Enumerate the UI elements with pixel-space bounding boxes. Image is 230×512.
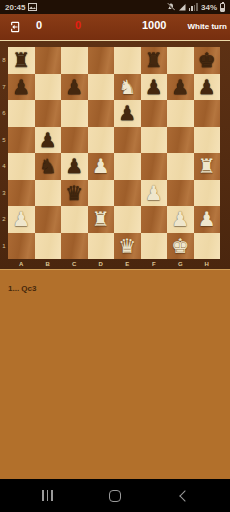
- mute-vibrate-icon: [167, 3, 175, 11]
- square-f7[interactable]: ♟: [141, 74, 168, 101]
- square-h3[interactable]: [194, 180, 221, 207]
- square-g2[interactable]: ♟: [167, 206, 194, 233]
- black-pawn: ♟: [8, 74, 35, 101]
- white-pawn: ♟: [8, 206, 35, 233]
- square-f4[interactable]: [141, 153, 168, 180]
- square-e6[interactable]: ♟: [114, 100, 141, 127]
- white-rook: ♜: [194, 153, 221, 180]
- square-d3[interactable]: [88, 180, 115, 207]
- black-knight: ♞: [35, 153, 62, 180]
- file-label-b: B: [35, 259, 62, 269]
- square-e2[interactable]: [114, 206, 141, 233]
- square-a2[interactable]: ♟: [8, 206, 35, 233]
- square-g8[interactable]: [167, 47, 194, 74]
- black-pawn: ♟: [167, 74, 194, 101]
- square-b1[interactable]: [35, 233, 62, 260]
- square-c3[interactable]: ♛: [61, 180, 88, 207]
- clock-text: 20:45: [5, 3, 25, 12]
- square-b2[interactable]: [35, 206, 62, 233]
- square-g4[interactable]: [167, 153, 194, 180]
- white-king: ♚: [167, 233, 194, 260]
- black-rook: ♜: [8, 47, 35, 74]
- square-a7[interactable]: ♟: [8, 74, 35, 101]
- white-pawn: ♟: [88, 153, 115, 180]
- home-button[interactable]: [95, 486, 135, 506]
- square-c7[interactable]: ♟: [61, 74, 88, 101]
- square-h6[interactable]: [194, 100, 221, 127]
- black-pawn: ♟: [61, 153, 88, 180]
- square-d2[interactable]: ♜: [88, 206, 115, 233]
- square-c2[interactable]: [61, 206, 88, 233]
- square-h7[interactable]: ♟: [194, 74, 221, 101]
- square-h4[interactable]: ♜: [194, 153, 221, 180]
- chess-app-screen: 20:45 34% 0 0 1000 White turn: [0, 0, 230, 512]
- black-queen: ♛: [61, 180, 88, 207]
- square-h5[interactable]: [194, 127, 221, 154]
- square-d4[interactable]: ♟: [88, 153, 115, 180]
- battery-icon: [220, 3, 225, 12]
- black-pawn: ♟: [35, 127, 62, 154]
- white-pawn: ♟: [194, 206, 221, 233]
- file-label-d: D: [88, 259, 115, 269]
- rank-label-4: 4: [0, 153, 8, 180]
- back-icon: [179, 490, 190, 501]
- square-f2[interactable]: [141, 206, 168, 233]
- square-d8[interactable]: [88, 47, 115, 74]
- square-g3[interactable]: [167, 180, 194, 207]
- white-pawn: ♟: [141, 180, 168, 207]
- square-f5[interactable]: [141, 127, 168, 154]
- move-list-text: 1... Qc3: [8, 284, 230, 293]
- signal-strength-icon: [189, 3, 198, 11]
- square-b7[interactable]: [35, 74, 62, 101]
- battery-percent-text: 34%: [201, 3, 217, 12]
- rank-label-5: 5: [0, 127, 8, 154]
- file-label-f: F: [141, 259, 168, 269]
- app-toolbar: 0 0 1000 White turn: [0, 14, 230, 40]
- square-h2[interactable]: ♟: [194, 206, 221, 233]
- black-pawn: ♟: [114, 100, 141, 127]
- screenshot-notification-icon: [28, 3, 37, 11]
- square-b8[interactable]: [35, 47, 62, 74]
- square-e3[interactable]: [114, 180, 141, 207]
- square-g7[interactable]: ♟: [167, 74, 194, 101]
- black-rook: ♜: [141, 47, 168, 74]
- square-a5[interactable]: [8, 127, 35, 154]
- square-b4[interactable]: ♞: [35, 153, 62, 180]
- square-a6[interactable]: [8, 100, 35, 127]
- recent-apps-icon: [42, 490, 53, 501]
- board-squares: ♜♜♚♟♟♞♟♟♟♟♟♞♟♟♜♛♟♟♜♟♟♛♚: [8, 47, 220, 259]
- square-a3[interactable]: [8, 180, 35, 207]
- square-f6[interactable]: [141, 100, 168, 127]
- recent-apps-button[interactable]: [28, 486, 68, 506]
- engine-rating: 1000: [142, 19, 166, 31]
- square-h8[interactable]: ♚: [194, 47, 221, 74]
- white-rook: ♜: [88, 206, 115, 233]
- square-b3[interactable]: [35, 180, 62, 207]
- square-b6[interactable]: [35, 100, 62, 127]
- file-label-g: G: [167, 259, 194, 269]
- square-f8[interactable]: ♜: [141, 47, 168, 74]
- red-counter: 0: [75, 19, 81, 31]
- square-g5[interactable]: [167, 127, 194, 154]
- black-pawn: ♟: [194, 74, 221, 101]
- white-counter: 0: [36, 19, 42, 31]
- rank-label-2: 2: [0, 206, 8, 233]
- wifi-icon: [178, 3, 186, 11]
- square-e8[interactable]: [114, 47, 141, 74]
- move-list-panel[interactable]: 1... Qc3: [0, 269, 230, 479]
- square-a4[interactable]: [8, 153, 35, 180]
- square-c6[interactable]: [61, 100, 88, 127]
- status-bar: 20:45 34%: [0, 0, 230, 14]
- android-nav-bar: [0, 479, 230, 512]
- square-d1[interactable]: [88, 233, 115, 260]
- black-pawn: ♟: [61, 74, 88, 101]
- back-button[interactable]: [163, 486, 203, 506]
- file-label-h: H: [194, 259, 221, 269]
- square-d7[interactable]: [88, 74, 115, 101]
- white-knight: ♞: [114, 74, 141, 101]
- square-f1[interactable]: [141, 233, 168, 260]
- exit-back-button[interactable]: [7, 20, 21, 34]
- rank-label-1: 1: [0, 233, 8, 260]
- square-g1[interactable]: ♚: [167, 233, 194, 260]
- square-b5[interactable]: ♟: [35, 127, 62, 154]
- rank-label-8: 8: [0, 47, 8, 74]
- black-king: ♚: [194, 47, 221, 74]
- square-f3[interactable]: ♟: [141, 180, 168, 207]
- file-label-c: C: [61, 259, 88, 269]
- square-a1[interactable]: [8, 233, 35, 260]
- square-c8[interactable]: [61, 47, 88, 74]
- file-label-a: A: [8, 259, 35, 269]
- turn-indicator: White turn: [187, 22, 227, 31]
- square-d6[interactable]: [88, 100, 115, 127]
- square-d5[interactable]: [88, 127, 115, 154]
- file-label-e: E: [114, 259, 141, 269]
- rank-label-7: 7: [0, 74, 8, 101]
- white-queen: ♛: [114, 233, 141, 260]
- rank-label-6: 6: [0, 100, 8, 127]
- square-c4[interactable]: ♟: [61, 153, 88, 180]
- white-pawn: ♟: [167, 206, 194, 233]
- square-e4[interactable]: [114, 153, 141, 180]
- square-e7[interactable]: ♞: [114, 74, 141, 101]
- chess-board: ♜♜♚♟♟♞♟♟♟♟♟♞♟♟♜♛♟♟♜♟♟♛♚ 87654321 ABCDEFG…: [0, 41, 230, 269]
- square-e1[interactable]: ♛: [114, 233, 141, 260]
- square-e5[interactable]: [114, 127, 141, 154]
- square-a8[interactable]: ♜: [8, 47, 35, 74]
- square-g6[interactable]: [167, 100, 194, 127]
- square-c5[interactable]: [61, 127, 88, 154]
- rank-label-3: 3: [0, 180, 8, 207]
- square-c1[interactable]: [61, 233, 88, 260]
- black-pawn: ♟: [141, 74, 168, 101]
- square-h1[interactable]: [194, 233, 221, 260]
- home-icon: [109, 490, 121, 502]
